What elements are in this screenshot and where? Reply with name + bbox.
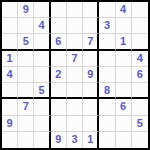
cell-r7c7[interactable] [99, 99, 115, 115]
cell-r5c8[interactable] [116, 67, 132, 83]
cell-r4c1[interactable]: 1 [2, 51, 18, 67]
cell-r7c2[interactable]: 7 [18, 99, 34, 115]
cell-r7c9[interactable] [132, 99, 148, 115]
cell-r9c6[interactable]: 1 [83, 132, 99, 148]
cell-r4c7[interactable] [99, 51, 115, 67]
cell-r7c1[interactable] [2, 99, 18, 115]
cell-r1c2[interactable]: 9 [18, 2, 34, 18]
cell-r5c5[interactable] [67, 67, 83, 83]
cell-r8c9[interactable]: 5 [132, 116, 148, 132]
cell-r4c6[interactable] [83, 51, 99, 67]
cell-r6c6[interactable] [83, 83, 99, 99]
cell-r4c3[interactable] [34, 51, 50, 67]
cell-r1c9[interactable] [132, 2, 148, 18]
cell-r1c5[interactable] [67, 2, 83, 18]
cell-r1c3[interactable] [34, 2, 50, 18]
cell-r2c3[interactable]: 4 [34, 18, 50, 34]
cell-r1c8[interactable]: 4 [116, 2, 132, 18]
cell-r9c3[interactable] [34, 132, 50, 148]
cell-r2c2[interactable] [18, 18, 34, 34]
cell-r5c2[interactable] [18, 67, 34, 83]
cell-r5c3[interactable] [34, 67, 50, 83]
cell-r2c4[interactable] [51, 18, 67, 34]
cell-r3c8[interactable]: 1 [116, 34, 132, 50]
cell-r8c2[interactable] [18, 116, 34, 132]
cell-r5c7[interactable] [99, 67, 115, 83]
cell-r3c5[interactable] [67, 34, 83, 50]
cell-r6c5[interactable] [67, 83, 83, 99]
sudoku-board: 944356711744296587695931 [0, 0, 150, 150]
cell-r5c1[interactable]: 4 [2, 67, 18, 83]
cell-r1c7[interactable] [99, 2, 115, 18]
cell-r5c6[interactable]: 9 [83, 67, 99, 83]
cell-r8c3[interactable] [34, 116, 50, 132]
cell-r2c7[interactable]: 3 [99, 18, 115, 34]
cell-r2c1[interactable] [2, 18, 18, 34]
cell-r7c4[interactable] [51, 99, 67, 115]
cell-r6c9[interactable] [132, 83, 148, 99]
cell-r4c9[interactable]: 4 [132, 51, 148, 67]
cell-r4c8[interactable] [116, 51, 132, 67]
cell-r9c8[interactable] [116, 132, 132, 148]
cell-r3c4[interactable]: 6 [51, 34, 67, 50]
cell-r4c5[interactable]: 7 [67, 51, 83, 67]
cell-r5c4[interactable]: 2 [51, 67, 67, 83]
cell-r4c2[interactable] [18, 51, 34, 67]
cell-r7c8[interactable]: 6 [116, 99, 132, 115]
cell-r9c5[interactable]: 3 [67, 132, 83, 148]
cell-r9c1[interactable] [2, 132, 18, 148]
cell-r3c6[interactable]: 7 [83, 34, 99, 50]
cell-r6c1[interactable] [2, 83, 18, 99]
cell-r1c6[interactable] [83, 2, 99, 18]
cell-r5c9[interactable]: 6 [132, 67, 148, 83]
cell-r9c9[interactable] [132, 132, 148, 148]
cell-r1c4[interactable] [51, 2, 67, 18]
cell-r2c9[interactable] [132, 18, 148, 34]
cell-r6c7[interactable]: 8 [99, 83, 115, 99]
cell-r8c5[interactable] [67, 116, 83, 132]
cell-r3c2[interactable]: 5 [18, 34, 34, 50]
cell-r6c8[interactable] [116, 83, 132, 99]
cell-r9c7[interactable] [99, 132, 115, 148]
cell-r9c4[interactable]: 9 [51, 132, 67, 148]
cell-r2c5[interactable] [67, 18, 83, 34]
cell-r8c1[interactable]: 9 [2, 116, 18, 132]
cell-r3c7[interactable] [99, 34, 115, 50]
cell-r7c5[interactable] [67, 99, 83, 115]
cell-r4c4[interactable] [51, 51, 67, 67]
cell-r7c6[interactable] [83, 99, 99, 115]
cell-r8c4[interactable] [51, 116, 67, 132]
cell-r2c6[interactable] [83, 18, 99, 34]
cell-r2c8[interactable] [116, 18, 132, 34]
cell-r1c1[interactable] [2, 2, 18, 18]
cell-r3c1[interactable] [2, 34, 18, 50]
cell-r9c2[interactable] [18, 132, 34, 148]
cell-r3c3[interactable] [34, 34, 50, 50]
cell-r7c3[interactable] [34, 99, 50, 115]
cell-r8c7[interactable] [99, 116, 115, 132]
cell-r6c3[interactable]: 5 [34, 83, 50, 99]
cell-r3c9[interactable] [132, 34, 148, 50]
cell-r6c4[interactable] [51, 83, 67, 99]
cell-r8c6[interactable] [83, 116, 99, 132]
cell-r8c8[interactable] [116, 116, 132, 132]
cell-r6c2[interactable] [18, 83, 34, 99]
